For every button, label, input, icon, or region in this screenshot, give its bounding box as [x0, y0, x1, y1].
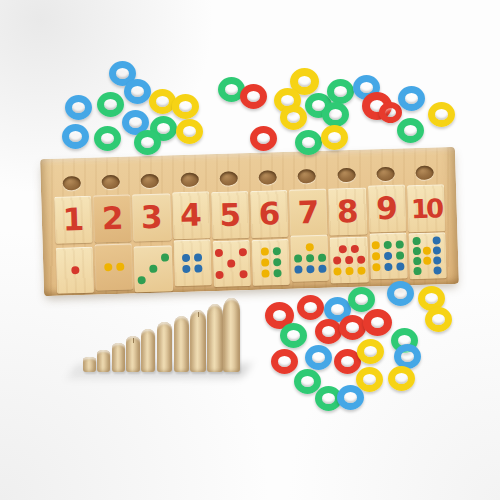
green-dot: [273, 269, 281, 277]
blue-dot: [434, 256, 442, 264]
yellow-ring[interactable]: [321, 125, 348, 150]
green-dot: [414, 267, 422, 275]
dot-tile-10[interactable]: [408, 232, 447, 279]
red-dot: [228, 259, 236, 267]
blue-dot: [182, 264, 190, 272]
dot-tile-6[interactable]: [252, 239, 291, 286]
yellow-dot: [261, 269, 269, 277]
wooden-peg-3[interactable]: [112, 343, 125, 372]
blue-ring[interactable]: [62, 124, 89, 149]
blue-dot: [396, 262, 404, 270]
green-dot: [294, 254, 302, 262]
green-dot: [318, 254, 326, 262]
yellow-ring[interactable]: [172, 94, 199, 119]
number-tile-9[interactable]: 9: [368, 184, 407, 232]
yellow-dot: [424, 257, 432, 265]
red-dot: [216, 271, 224, 279]
red-ring[interactable]: [315, 319, 342, 344]
blue-ring[interactable]: [394, 344, 421, 369]
red-ring[interactable]: [250, 126, 277, 151]
peg-hole-10: [415, 166, 433, 181]
red-dot: [339, 245, 347, 253]
wooden-peg-7[interactable]: [174, 316, 189, 372]
green-ring[interactable]: [134, 130, 161, 155]
green-dot: [161, 253, 169, 261]
number-tile-8[interactable]: 8: [328, 188, 367, 236]
wooden-peg-8[interactable]: [190, 310, 206, 372]
peg-hole-2: [102, 175, 120, 190]
dot-tile-1[interactable]: [56, 247, 95, 294]
red-ring[interactable]: [271, 349, 298, 374]
dot-tile-9[interactable]: [369, 232, 408, 279]
wooden-peg-4[interactable]: [126, 336, 140, 372]
red-dot: [345, 256, 353, 264]
yellow-ring[interactable]: [388, 366, 415, 391]
wooden-peg-1[interactable]: [83, 357, 96, 372]
blue-ring[interactable]: [387, 281, 414, 306]
blue-dot: [194, 264, 202, 272]
peg-hole-7: [298, 169, 316, 184]
yellow-dot: [333, 267, 341, 275]
yellow-ring[interactable]: [428, 102, 455, 127]
red-dot: [333, 256, 341, 264]
yellow-dot: [357, 267, 365, 275]
peg-hole-5: [219, 171, 237, 186]
wooden-board: 12345678910: [40, 147, 459, 296]
blue-dot: [384, 252, 392, 260]
blue-dot: [182, 253, 190, 261]
yellow-dot: [372, 252, 380, 260]
number-tile-7[interactable]: 7: [289, 189, 328, 237]
yellow-dot: [260, 247, 268, 255]
green-ring[interactable]: [94, 126, 121, 151]
yellow-ring[interactable]: [176, 119, 203, 144]
yellow-dot: [345, 267, 353, 275]
green-dot: [272, 247, 280, 255]
yellow-dot: [261, 258, 269, 266]
yellow-dot: [423, 247, 431, 255]
green-ring[interactable]: [294, 369, 321, 394]
red-ring[interactable]: [240, 84, 267, 109]
red-dot: [357, 256, 365, 264]
wooden-peg-5[interactable]: [141, 329, 155, 372]
green-ring[interactable]: [97, 92, 124, 117]
wooden-peg-6[interactable]: [157, 322, 172, 372]
yellow-ring[interactable]: [357, 339, 384, 364]
green-ring[interactable]: [322, 102, 349, 127]
green-dot: [273, 258, 281, 266]
blue-dot: [434, 266, 442, 274]
blue-ring[interactable]: [65, 95, 92, 120]
dot-tile-5[interactable]: [212, 240, 251, 287]
red-ring[interactable]: [363, 309, 392, 336]
peg-hole-8: [337, 168, 355, 183]
blue-dot: [306, 265, 314, 273]
red-dot: [239, 248, 247, 256]
red-dot: [240, 270, 248, 278]
green-dot: [396, 240, 404, 248]
green-dot: [413, 237, 421, 245]
yellow-dot: [305, 243, 313, 251]
wooden-peg-2[interactable]: [97, 350, 110, 372]
yellow-dot: [372, 241, 380, 249]
red-ring[interactable]: [379, 102, 402, 123]
blue-dot: [194, 253, 202, 261]
peg-hole-1: [63, 176, 81, 191]
blue-dot: [433, 236, 441, 244]
green-ring[interactable]: [280, 323, 307, 348]
blue-ring[interactable]: [124, 79, 151, 104]
wooden-peg-10[interactable]: [223, 298, 240, 372]
green-ring[interactable]: [397, 118, 424, 143]
blue-dot: [318, 265, 326, 273]
dot-tiles-row: [56, 234, 447, 292]
red-dot: [351, 245, 359, 253]
yellow-dot: [104, 263, 112, 271]
green-dot: [138, 276, 146, 284]
blue-dot: [433, 246, 441, 254]
red-ring[interactable]: [339, 315, 366, 340]
peg-hole-3: [141, 174, 159, 189]
red-ring[interactable]: [297, 295, 324, 320]
green-dot: [413, 247, 421, 255]
wooden-peg-9[interactable]: [207, 304, 223, 372]
number-tile-2[interactable]: 2: [93, 195, 132, 243]
green-dot: [149, 265, 157, 273]
green-dot: [306, 254, 314, 262]
blue-ring[interactable]: [305, 345, 332, 370]
green-dot: [396, 251, 404, 259]
blue-ring[interactable]: [398, 86, 425, 111]
number-tile-5[interactable]: 5: [211, 191, 250, 239]
dot-tile-7[interactable]: [291, 235, 330, 282]
green-dot: [414, 257, 422, 265]
red-dot: [215, 249, 223, 257]
number-tile-10[interactable]: 10: [407, 184, 446, 232]
number-tile-1[interactable]: 1: [54, 196, 93, 244]
yellow-ring[interactable]: [280, 105, 307, 130]
number-tile-4[interactable]: 4: [172, 191, 211, 239]
green-ring[interactable]: [295, 130, 322, 155]
dot-tile-8[interactable]: [330, 237, 369, 284]
peg-hole-9: [376, 167, 394, 182]
peg-hole-4: [180, 173, 198, 188]
number-tile-6[interactable]: 6: [250, 190, 289, 238]
yellow-ring[interactable]: [149, 89, 176, 114]
peg-hole-6: [259, 170, 277, 185]
blue-ring[interactable]: [337, 385, 364, 410]
blue-dot: [294, 265, 302, 273]
yellow-dot: [372, 263, 380, 271]
dot-tile-2[interactable]: [95, 243, 134, 290]
blue-dot: [384, 263, 392, 271]
green-ring[interactable]: [348, 287, 375, 312]
dot-tile-3[interactable]: [134, 245, 173, 292]
green-ring[interactable]: [327, 79, 354, 104]
number-tile-3[interactable]: 3: [133, 193, 172, 241]
green-dot: [384, 241, 392, 249]
dot-tile-4[interactable]: [173, 239, 212, 286]
yellow-ring[interactable]: [425, 307, 452, 332]
red-dot: [71, 266, 79, 274]
yellow-dot: [116, 263, 124, 271]
